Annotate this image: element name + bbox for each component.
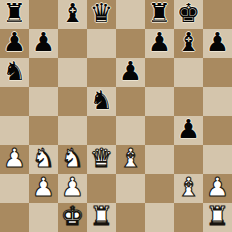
square-e7[interactable] (116, 29, 145, 58)
square-h3[interactable] (203, 145, 232, 174)
square-h1[interactable]: ♜ (203, 203, 232, 232)
square-c7[interactable] (58, 29, 87, 58)
black-pawn: ♟ (119, 57, 142, 86)
white-rook: ♜ (90, 202, 113, 231)
square-g6[interactable] (174, 58, 203, 87)
square-e5[interactable] (116, 87, 145, 116)
white-knight: ♞ (32, 144, 55, 173)
white-bishop: ♝ (119, 144, 142, 173)
white-king: ♚ (61, 202, 84, 231)
square-h4[interactable] (203, 116, 232, 145)
square-h6[interactable] (203, 58, 232, 87)
square-d7[interactable] (87, 29, 116, 58)
square-g2[interactable]: ♝ (174, 174, 203, 203)
square-f8[interactable]: ♜ (145, 0, 174, 29)
square-h8[interactable] (203, 0, 232, 29)
square-b7[interactable]: ♟ (29, 29, 58, 58)
square-f7[interactable]: ♟ (145, 29, 174, 58)
chess-board: ♜♝♛♜♚♟♟♟♝♟♞♟♞♟♟♞♞♛♝♟♟♝♟♚♜♜ (0, 0, 232, 232)
square-b5[interactable] (29, 87, 58, 116)
square-g3[interactable] (174, 145, 203, 174)
square-e2[interactable] (116, 174, 145, 203)
square-f1[interactable] (145, 203, 174, 232)
square-c4[interactable] (58, 116, 87, 145)
square-c1[interactable]: ♚ (58, 203, 87, 232)
square-h2[interactable]: ♟ (203, 174, 232, 203)
square-e6[interactable]: ♟ (116, 58, 145, 87)
square-b1[interactable] (29, 203, 58, 232)
square-e3[interactable]: ♝ (116, 145, 145, 174)
white-pawn: ♟ (32, 173, 55, 202)
square-a6[interactable]: ♞ (0, 58, 29, 87)
square-e4[interactable] (116, 116, 145, 145)
square-b4[interactable] (29, 116, 58, 145)
black-pawn: ♟ (3, 28, 26, 57)
square-b2[interactable]: ♟ (29, 174, 58, 203)
square-g5[interactable] (174, 87, 203, 116)
square-f5[interactable] (145, 87, 174, 116)
square-a3[interactable]: ♟ (0, 145, 29, 174)
square-d3[interactable]: ♛ (87, 145, 116, 174)
black-bishop: ♝ (177, 28, 200, 57)
black-knight: ♞ (90, 86, 113, 115)
white-knight: ♞ (61, 144, 84, 173)
square-g7[interactable]: ♝ (174, 29, 203, 58)
white-bishop: ♝ (177, 173, 200, 202)
black-pawn: ♟ (32, 28, 55, 57)
black-pawn: ♟ (148, 28, 171, 57)
square-b8[interactable] (29, 0, 58, 29)
black-queen: ♛ (90, 0, 113, 28)
square-d6[interactable] (87, 58, 116, 87)
square-f3[interactable] (145, 145, 174, 174)
square-d8[interactable]: ♛ (87, 0, 116, 29)
square-c5[interactable] (58, 87, 87, 116)
square-h5[interactable] (203, 87, 232, 116)
square-c3[interactable]: ♞ (58, 145, 87, 174)
square-e1[interactable] (116, 203, 145, 232)
white-pawn: ♟ (3, 144, 26, 173)
black-king: ♚ (177, 0, 200, 28)
white-queen: ♛ (90, 144, 113, 173)
square-g4[interactable]: ♟ (174, 116, 203, 145)
square-e8[interactable] (116, 0, 145, 29)
square-d5[interactable]: ♞ (87, 87, 116, 116)
black-knight: ♞ (3, 57, 26, 86)
square-g1[interactable] (174, 203, 203, 232)
square-a8[interactable]: ♜ (0, 0, 29, 29)
square-a1[interactable] (0, 203, 29, 232)
black-rook: ♜ (148, 0, 171, 28)
square-b3[interactable]: ♞ (29, 145, 58, 174)
black-pawn: ♟ (206, 28, 229, 57)
square-d1[interactable]: ♜ (87, 203, 116, 232)
black-bishop: ♝ (61, 0, 84, 28)
square-h7[interactable]: ♟ (203, 29, 232, 58)
square-d2[interactable] (87, 174, 116, 203)
square-b6[interactable] (29, 58, 58, 87)
square-c2[interactable]: ♟ (58, 174, 87, 203)
square-c6[interactable] (58, 58, 87, 87)
white-pawn: ♟ (61, 173, 84, 202)
square-a7[interactable]: ♟ (0, 29, 29, 58)
square-a4[interactable] (0, 116, 29, 145)
square-c8[interactable]: ♝ (58, 0, 87, 29)
white-pawn: ♟ (206, 173, 229, 202)
square-f6[interactable] (145, 58, 174, 87)
square-f4[interactable] (145, 116, 174, 145)
black-rook: ♜ (3, 0, 26, 28)
square-d4[interactable] (87, 116, 116, 145)
square-a2[interactable] (0, 174, 29, 203)
black-pawn: ♟ (177, 115, 200, 144)
square-f2[interactable] (145, 174, 174, 203)
white-rook: ♜ (206, 202, 229, 231)
square-g8[interactable]: ♚ (174, 0, 203, 29)
square-a5[interactable] (0, 87, 29, 116)
